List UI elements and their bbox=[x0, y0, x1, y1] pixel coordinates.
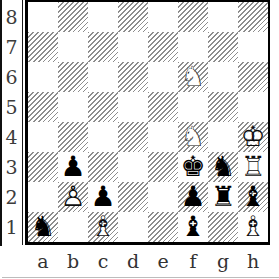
square-d2 bbox=[118, 182, 148, 212]
file-label-c: c bbox=[88, 246, 118, 276]
piece-white-pawn-b2: ♟♙ bbox=[58, 182, 88, 212]
square-h7 bbox=[238, 32, 268, 62]
square-c5 bbox=[88, 92, 118, 122]
square-f2: ♟ bbox=[178, 182, 208, 212]
file-label-g: g bbox=[208, 246, 238, 276]
square-f4: ♞♘ bbox=[178, 122, 208, 152]
square-e4 bbox=[148, 122, 178, 152]
square-b4 bbox=[58, 122, 88, 152]
square-g7 bbox=[208, 32, 238, 62]
square-b5 bbox=[58, 92, 88, 122]
square-g2: ♜ bbox=[208, 182, 238, 212]
square-d1 bbox=[118, 212, 148, 242]
square-b2: ♟♙ bbox=[58, 182, 88, 212]
square-c6 bbox=[88, 62, 118, 92]
square-f6: ♞♘ bbox=[178, 62, 208, 92]
square-e3 bbox=[148, 152, 178, 182]
board-outer-hairline bbox=[22, 0, 23, 245]
rank-label-1: 1 bbox=[1, 212, 22, 242]
piece-black-pawn-b3: ♟ bbox=[58, 152, 88, 182]
rank-label-3: 3 bbox=[1, 152, 22, 182]
file-label-e: e bbox=[148, 246, 178, 276]
piece-white-knight-f6: ♞♘ bbox=[178, 62, 208, 92]
square-f7 bbox=[178, 32, 208, 62]
file-label-a: a bbox=[28, 246, 58, 276]
square-b3: ♟ bbox=[58, 152, 88, 182]
square-h5 bbox=[238, 92, 268, 122]
square-h3: ♜♖ bbox=[238, 152, 268, 182]
rank-label-4: 4 bbox=[1, 122, 22, 152]
piece-white-bishop-c1: ♝♗ bbox=[88, 212, 118, 242]
square-c3 bbox=[88, 152, 118, 182]
piece-black-pawn-f2: ♟ bbox=[178, 182, 208, 212]
scan-edge-line-bottom bbox=[2, 277, 279, 278]
file-label-h: h bbox=[238, 246, 268, 276]
square-f5 bbox=[178, 92, 208, 122]
square-f1: ♝ bbox=[178, 212, 208, 242]
square-c1: ♝♗ bbox=[88, 212, 118, 242]
piece-glyph: ♘ bbox=[180, 62, 205, 92]
square-g8 bbox=[208, 2, 238, 32]
square-c2: ♟ bbox=[88, 182, 118, 212]
square-e5 bbox=[148, 92, 178, 122]
square-d5 bbox=[118, 92, 148, 122]
chess-diagram: 87654321 ♞♘♞♘♚♔♟♚♞♜♖♟♙♟♟♜♝♞♝♗♝♝♗ abcdefg… bbox=[0, 0, 279, 279]
rank-label-8: 8 bbox=[1, 2, 22, 32]
piece-black-bishop-h2: ♝ bbox=[238, 182, 268, 212]
piece-glyph: ♝ bbox=[180, 212, 205, 242]
square-g1 bbox=[208, 212, 238, 242]
piece-black-bishop-f1: ♝ bbox=[178, 212, 208, 242]
square-f3: ♚ bbox=[178, 152, 208, 182]
piece-white-bishop-h1: ♝♗ bbox=[238, 212, 268, 242]
piece-white-knight-f4: ♞♘ bbox=[178, 122, 208, 152]
square-f8 bbox=[178, 2, 208, 32]
square-e8 bbox=[148, 2, 178, 32]
square-e1 bbox=[148, 212, 178, 242]
square-h6 bbox=[238, 62, 268, 92]
square-b7 bbox=[58, 32, 88, 62]
square-d3 bbox=[118, 152, 148, 182]
square-e2 bbox=[148, 182, 178, 212]
square-a6 bbox=[28, 62, 58, 92]
piece-glyph: ♟ bbox=[60, 152, 85, 182]
square-c8 bbox=[88, 2, 118, 32]
piece-glyph: ♔ bbox=[240, 122, 265, 152]
piece-black-rook-g2: ♜ bbox=[208, 182, 238, 212]
square-g5 bbox=[208, 92, 238, 122]
piece-white-king-h4: ♚♔ bbox=[238, 122, 268, 152]
rank-label-5: 5 bbox=[1, 92, 22, 122]
file-label-d: d bbox=[118, 246, 148, 276]
square-a3 bbox=[28, 152, 58, 182]
square-c7 bbox=[88, 32, 118, 62]
square-e6 bbox=[148, 62, 178, 92]
piece-glyph: ♗ bbox=[240, 212, 265, 242]
piece-black-king-f3: ♚ bbox=[178, 152, 208, 182]
square-g3: ♞ bbox=[208, 152, 238, 182]
square-g6 bbox=[208, 62, 238, 92]
square-a7 bbox=[28, 32, 58, 62]
rank-label-6: 6 bbox=[1, 62, 22, 92]
piece-glyph: ♟ bbox=[180, 182, 205, 212]
piece-black-knight-g3: ♞ bbox=[208, 152, 238, 182]
square-b6 bbox=[58, 62, 88, 92]
file-label-b: b bbox=[58, 246, 88, 276]
square-b1 bbox=[58, 212, 88, 242]
square-d8 bbox=[118, 2, 148, 32]
chess-board: ♞♘♞♘♚♔♟♚♞♜♖♟♙♟♟♜♝♞♝♗♝♝♗ bbox=[28, 2, 268, 242]
piece-glyph: ♙ bbox=[60, 182, 85, 212]
square-h8 bbox=[238, 2, 268, 32]
piece-white-rook-h3: ♜♖ bbox=[238, 152, 268, 182]
piece-glyph: ♟ bbox=[90, 182, 115, 212]
board-frame: ♞♘♞♘♚♔♟♚♞♜♖♟♙♟♟♜♝♞♝♗♝♝♗ bbox=[25, 0, 270, 245]
piece-glyph: ♗ bbox=[90, 212, 115, 242]
piece-glyph: ♘ bbox=[180, 122, 205, 152]
square-h1: ♝♗ bbox=[238, 212, 268, 242]
file-label-f: f bbox=[178, 246, 208, 276]
square-g4 bbox=[208, 122, 238, 152]
piece-glyph: ♜ bbox=[210, 182, 235, 212]
square-b8 bbox=[58, 2, 88, 32]
piece-glyph: ♝ bbox=[240, 182, 265, 212]
piece-glyph: ♞ bbox=[210, 152, 235, 182]
square-a1: ♞ bbox=[28, 212, 58, 242]
piece-glyph: ♚ bbox=[180, 152, 205, 182]
square-c4 bbox=[88, 122, 118, 152]
square-d6 bbox=[118, 62, 148, 92]
square-e7 bbox=[148, 32, 178, 62]
square-a5 bbox=[28, 92, 58, 122]
square-d4 bbox=[118, 122, 148, 152]
square-h2: ♝ bbox=[238, 182, 268, 212]
square-a2 bbox=[28, 182, 58, 212]
square-a8 bbox=[28, 2, 58, 32]
piece-glyph: ♞ bbox=[30, 212, 55, 242]
piece-black-knight-a1: ♞ bbox=[28, 212, 58, 242]
square-h4: ♚♔ bbox=[238, 122, 268, 152]
rank-label-2: 2 bbox=[1, 182, 22, 212]
rank-label-7: 7 bbox=[1, 32, 22, 62]
piece-glyph: ♖ bbox=[240, 152, 265, 182]
square-d7 bbox=[118, 32, 148, 62]
square-a4 bbox=[28, 122, 58, 152]
piece-black-pawn-c2: ♟ bbox=[88, 182, 118, 212]
